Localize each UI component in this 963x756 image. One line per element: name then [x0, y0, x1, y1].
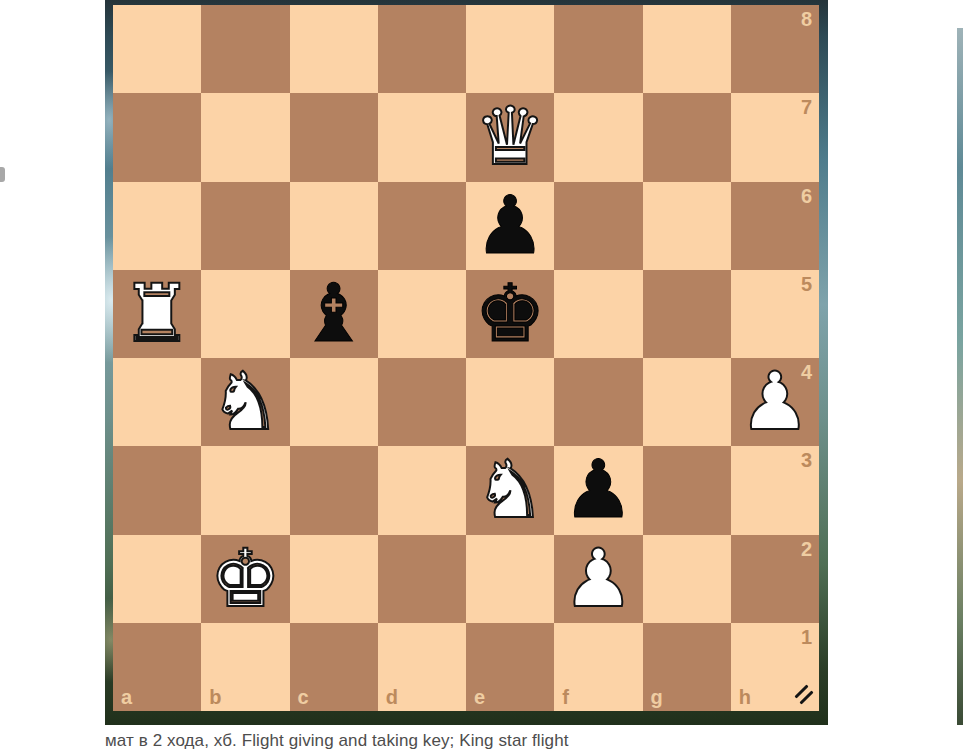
square-b8[interactable]: [201, 5, 289, 93]
square-c7[interactable]: [290, 93, 378, 181]
rank-label-2: 2: [801, 539, 812, 559]
black-pawn[interactable]: ♟: [466, 182, 554, 270]
square-e7[interactable]: ♛: [466, 93, 554, 181]
file-label-h: h: [739, 687, 751, 707]
rank-label-7: 7: [801, 97, 812, 117]
black-king[interactable]: ♚: [466, 270, 554, 358]
square-c3[interactable]: [290, 446, 378, 534]
file-label-f: f: [562, 687, 569, 707]
square-g7[interactable]: [643, 93, 731, 181]
square-f5[interactable]: [554, 270, 642, 358]
square-g2[interactable]: [643, 535, 731, 623]
square-d8[interactable]: [378, 5, 466, 93]
square-e5[interactable]: ♚: [466, 270, 554, 358]
square-d2[interactable]: [378, 535, 466, 623]
black-pawn[interactable]: ♟: [554, 446, 642, 534]
square-c2[interactable]: [290, 535, 378, 623]
square-g5[interactable]: [643, 270, 731, 358]
square-h6[interactable]: 6: [731, 182, 819, 270]
square-d6[interactable]: [378, 182, 466, 270]
square-d3[interactable]: [378, 446, 466, 534]
rank-label-4: 4: [801, 362, 812, 382]
square-e4[interactable]: [466, 358, 554, 446]
square-b2[interactable]: ♚: [201, 535, 289, 623]
square-c4[interactable]: [290, 358, 378, 446]
square-g8[interactable]: [643, 5, 731, 93]
square-f8[interactable]: [554, 5, 642, 93]
square-d7[interactable]: [378, 93, 466, 181]
square-h8[interactable]: 8: [731, 5, 819, 93]
square-c5[interactable]: ♝: [290, 270, 378, 358]
square-h3[interactable]: 3: [731, 446, 819, 534]
chess-board[interactable]: 8♛7♟6♜♝♚5♞♟4♞♟3♚♟2abcdefgh1: [113, 5, 819, 711]
file-label-a: a: [121, 687, 132, 707]
square-e1[interactable]: e: [466, 623, 554, 711]
square-h4[interactable]: ♟4: [731, 358, 819, 446]
square-a7[interactable]: [113, 93, 201, 181]
square-d1[interactable]: d: [378, 623, 466, 711]
square-a5[interactable]: ♜: [113, 270, 201, 358]
file-label-b: b: [209, 687, 221, 707]
square-b4[interactable]: ♞: [201, 358, 289, 446]
rank-label-3: 3: [801, 450, 812, 470]
square-e3[interactable]: ♞: [466, 446, 554, 534]
file-label-c: c: [298, 687, 309, 707]
square-f7[interactable]: [554, 93, 642, 181]
file-label-d: d: [386, 687, 398, 707]
square-f2[interactable]: ♟: [554, 535, 642, 623]
square-e8[interactable]: [466, 5, 554, 93]
rank-label-6: 6: [801, 186, 812, 206]
square-c6[interactable]: [290, 182, 378, 270]
square-a1[interactable]: a: [113, 623, 201, 711]
square-a3[interactable]: [113, 446, 201, 534]
white-rook[interactable]: ♜: [113, 270, 201, 358]
square-b7[interactable]: [201, 93, 289, 181]
square-a8[interactable]: [113, 5, 201, 93]
file-label-e: e: [474, 687, 485, 707]
white-king[interactable]: ♚: [201, 535, 289, 623]
square-g4[interactable]: [643, 358, 731, 446]
white-knight[interactable]: ♞: [201, 358, 289, 446]
white-queen[interactable]: ♛: [466, 93, 554, 181]
square-f4[interactable]: [554, 358, 642, 446]
square-g6[interactable]: [643, 182, 731, 270]
square-g3[interactable]: [643, 446, 731, 534]
square-h1[interactable]: h1: [731, 623, 819, 711]
square-f1[interactable]: f: [554, 623, 642, 711]
background-photo-right-sliver: [957, 28, 963, 725]
rank-label-5: 5: [801, 274, 812, 294]
square-h7[interactable]: 7: [731, 93, 819, 181]
square-b1[interactable]: b: [201, 623, 289, 711]
square-c8[interactable]: [290, 5, 378, 93]
square-e2[interactable]: [466, 535, 554, 623]
file-label-g: g: [651, 687, 663, 707]
square-a4[interactable]: [113, 358, 201, 446]
square-a2[interactable]: [113, 535, 201, 623]
square-h5[interactable]: 5: [731, 270, 819, 358]
square-f3[interactable]: ♟: [554, 446, 642, 534]
square-b3[interactable]: [201, 446, 289, 534]
white-pawn[interactable]: ♟: [554, 535, 642, 623]
white-knight[interactable]: ♞: [466, 446, 554, 534]
square-d4[interactable]: [378, 358, 466, 446]
square-g1[interactable]: g: [643, 623, 731, 711]
resize-handle-icon[interactable]: [790, 682, 814, 706]
rank-label-1: 1: [801, 627, 812, 647]
caption: мат в 2 хода, хб. Flight giving and taki…: [105, 731, 945, 751]
square-b5[interactable]: [201, 270, 289, 358]
black-bishop[interactable]: ♝: [290, 270, 378, 358]
rank-label-8: 8: [801, 9, 812, 29]
square-e6[interactable]: ♟: [466, 182, 554, 270]
square-b6[interactable]: [201, 182, 289, 270]
square-h2[interactable]: 2: [731, 535, 819, 623]
square-d5[interactable]: [378, 270, 466, 358]
square-a6[interactable]: [113, 182, 201, 270]
square-f6[interactable]: [554, 182, 642, 270]
left-edge-mark: [0, 167, 5, 182]
square-c1[interactable]: c: [290, 623, 378, 711]
